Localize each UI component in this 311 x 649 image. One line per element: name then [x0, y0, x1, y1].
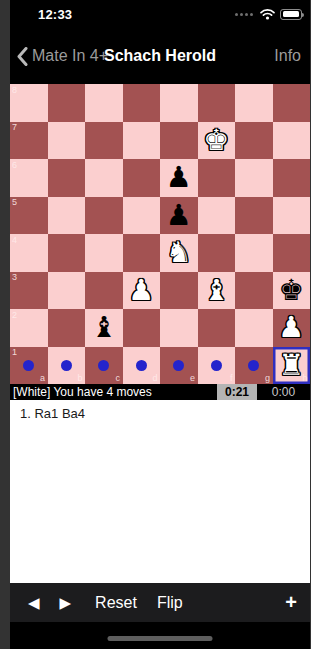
- square-g5[interactable]: [235, 197, 273, 235]
- home-indicator-area: [10, 622, 310, 649]
- square-c7[interactable]: [85, 122, 123, 160]
- piece-black-king[interactable]: ♚: [278, 272, 304, 309]
- navigation-bar: Mate In 4+ Schach Herold Info: [10, 28, 310, 84]
- rank-label-6: 6: [12, 161, 17, 170]
- square-f5[interactable]: [198, 197, 236, 235]
- square-e8[interactable]: [160, 84, 198, 122]
- legal-move-dot[interactable]: [98, 360, 109, 371]
- file-label-g: g: [265, 374, 270, 383]
- square-f4[interactable]: [198, 234, 236, 272]
- home-indicator[interactable]: [108, 636, 213, 641]
- white-clock: 0:21: [217, 384, 257, 400]
- square-e7[interactable]: [160, 122, 198, 160]
- square-d5[interactable]: [123, 197, 161, 235]
- square-d7[interactable]: [123, 122, 161, 160]
- square-b7[interactable]: [48, 122, 86, 160]
- square-h2[interactable]: ♟: [273, 309, 311, 347]
- chess-board: 87♚6♟5♟4♞3♟♝♚2♝♟1abcdefgh♜: [10, 84, 310, 384]
- game-status-row: [White] You have 4 moves 0:21 0:00: [10, 384, 310, 400]
- square-c6[interactable]: [85, 159, 123, 197]
- square-c4[interactable]: [85, 234, 123, 272]
- square-h5[interactable]: [273, 197, 311, 235]
- square-e6[interactable]: ♟: [160, 159, 198, 197]
- square-h3[interactable]: ♚: [273, 272, 311, 310]
- back-chevron-icon: [17, 47, 28, 66]
- square-f2[interactable]: [198, 309, 236, 347]
- app-window: 12:33 Mate In 4+ Schach Herold Info 87♚6…: [10, 0, 310, 649]
- square-g8[interactable]: [235, 84, 273, 122]
- square-h6[interactable]: [273, 159, 311, 197]
- next-move-button[interactable]: ▶: [60, 594, 72, 612]
- bottom-toolbar: ◀ ▶ Reset Flip +: [10, 583, 310, 622]
- square-c5[interactable]: [85, 197, 123, 235]
- square-b2[interactable]: [48, 309, 86, 347]
- square-d2[interactable]: [123, 309, 161, 347]
- legal-move-dot[interactable]: [61, 360, 72, 371]
- square-d3[interactable]: ♟: [123, 272, 161, 310]
- square-c3[interactable]: [85, 272, 123, 310]
- black-clock: 0:00: [257, 384, 310, 400]
- file-label-b: b: [77, 374, 82, 383]
- rank-label-2: 2: [12, 311, 17, 320]
- cellular-signal-icon: [235, 13, 253, 16]
- legal-move-dot[interactable]: [211, 360, 222, 371]
- flip-board-button[interactable]: Flip: [157, 594, 183, 612]
- square-a2[interactable]: 2: [10, 309, 48, 347]
- square-a5[interactable]: 5: [10, 197, 48, 235]
- square-f1[interactable]: f: [198, 347, 236, 385]
- reset-button[interactable]: Reset: [95, 594, 137, 612]
- legal-move-dot[interactable]: [136, 360, 147, 371]
- square-e1[interactable]: e: [160, 347, 198, 385]
- square-b6[interactable]: [48, 159, 86, 197]
- piece-black-bishop[interactable]: ♝: [91, 309, 117, 346]
- file-label-e: e: [190, 374, 195, 383]
- square-a7[interactable]: 7: [10, 122, 48, 160]
- square-b4[interactable]: [48, 234, 86, 272]
- legal-move-dot[interactable]: [23, 360, 34, 371]
- piece-white-king[interactable]: ♚: [203, 122, 229, 159]
- move-list-panel: 1. Ra1 Ba4: [10, 400, 310, 583]
- square-e2[interactable]: [160, 309, 198, 347]
- square-h1[interactable]: h♜: [273, 347, 311, 385]
- square-g6[interactable]: [235, 159, 273, 197]
- square-d8[interactable]: [123, 84, 161, 122]
- square-f6[interactable]: [198, 159, 236, 197]
- square-b3[interactable]: [48, 272, 86, 310]
- square-a8[interactable]: 8: [10, 84, 48, 122]
- back-button-label: Mate In 4+: [32, 47, 108, 65]
- rank-label-1: 1: [12, 348, 17, 357]
- wifi-icon: [259, 8, 276, 20]
- rank-label-3: 3: [12, 273, 17, 282]
- square-e5[interactable]: ♟: [160, 197, 198, 235]
- rank-label-8: 8: [12, 86, 17, 95]
- rank-label-5: 5: [12, 198, 17, 207]
- status-bar-icons: [235, 8, 302, 20]
- square-c8[interactable]: [85, 84, 123, 122]
- rank-label-7: 7: [12, 123, 17, 132]
- square-b8[interactable]: [48, 84, 86, 122]
- legal-move-dot[interactable]: [173, 360, 184, 371]
- square-c1[interactable]: c: [85, 347, 123, 385]
- square-b1[interactable]: b: [48, 347, 86, 385]
- square-c2[interactable]: ♝: [85, 309, 123, 347]
- rank-label-4: 4: [12, 236, 17, 245]
- square-g4[interactable]: [235, 234, 273, 272]
- square-a1[interactable]: 1a: [10, 347, 48, 385]
- clock-time: 12:33: [38, 7, 72, 22]
- square-a3[interactable]: 3: [10, 272, 48, 310]
- back-button[interactable]: Mate In 4+: [17, 28, 108, 84]
- file-label-f: f: [230, 374, 233, 383]
- file-label-c: c: [116, 374, 121, 383]
- ios-status-bar: 12:33: [10, 0, 310, 28]
- square-b5[interactable]: [48, 197, 86, 235]
- square-g1[interactable]: g: [235, 347, 273, 385]
- piece-black-pawn[interactable]: ♟: [166, 159, 192, 196]
- square-d1[interactable]: d: [123, 347, 161, 385]
- piece-white-bishop[interactable]: ♝: [203, 272, 229, 309]
- legal-move-dot[interactable]: [248, 360, 259, 371]
- square-g7[interactable]: [235, 122, 273, 160]
- piece-white-pawn[interactable]: ♟: [128, 272, 154, 309]
- move-list-line: 1. Ra1 Ba4: [10, 400, 310, 421]
- square-f7[interactable]: ♚: [198, 122, 236, 160]
- square-a6[interactable]: 6: [10, 159, 48, 197]
- square-e4[interactable]: ♞: [160, 234, 198, 272]
- square-g3[interactable]: [235, 272, 273, 310]
- info-button[interactable]: Info: [274, 28, 301, 84]
- square-h7[interactable]: [273, 122, 311, 160]
- square-f3[interactable]: ♝: [198, 272, 236, 310]
- turn-status-message: [White] You have 4 moves: [10, 384, 217, 400]
- square-g2[interactable]: [235, 309, 273, 347]
- file-label-d: d: [152, 374, 157, 383]
- square-h8[interactable]: [273, 84, 311, 122]
- previous-move-button[interactable]: ◀: [28, 594, 40, 612]
- piece-white-pawn[interactable]: ♟: [278, 309, 304, 346]
- piece-white-knight[interactable]: ♞: [166, 234, 192, 271]
- square-a4[interactable]: 4: [10, 234, 48, 272]
- square-d4[interactable]: [123, 234, 161, 272]
- square-d6[interactable]: [123, 159, 161, 197]
- battery-icon: [280, 9, 302, 20]
- square-h4[interactable]: [273, 234, 311, 272]
- square-f8[interactable]: [198, 84, 236, 122]
- file-label-a: a: [40, 374, 45, 383]
- piece-white-rook[interactable]: ♜: [278, 347, 304, 384]
- piece-black-pawn[interactable]: ♟: [166, 197, 192, 234]
- square-e3[interactable]: [160, 272, 198, 310]
- add-button[interactable]: +: [285, 591, 297, 614]
